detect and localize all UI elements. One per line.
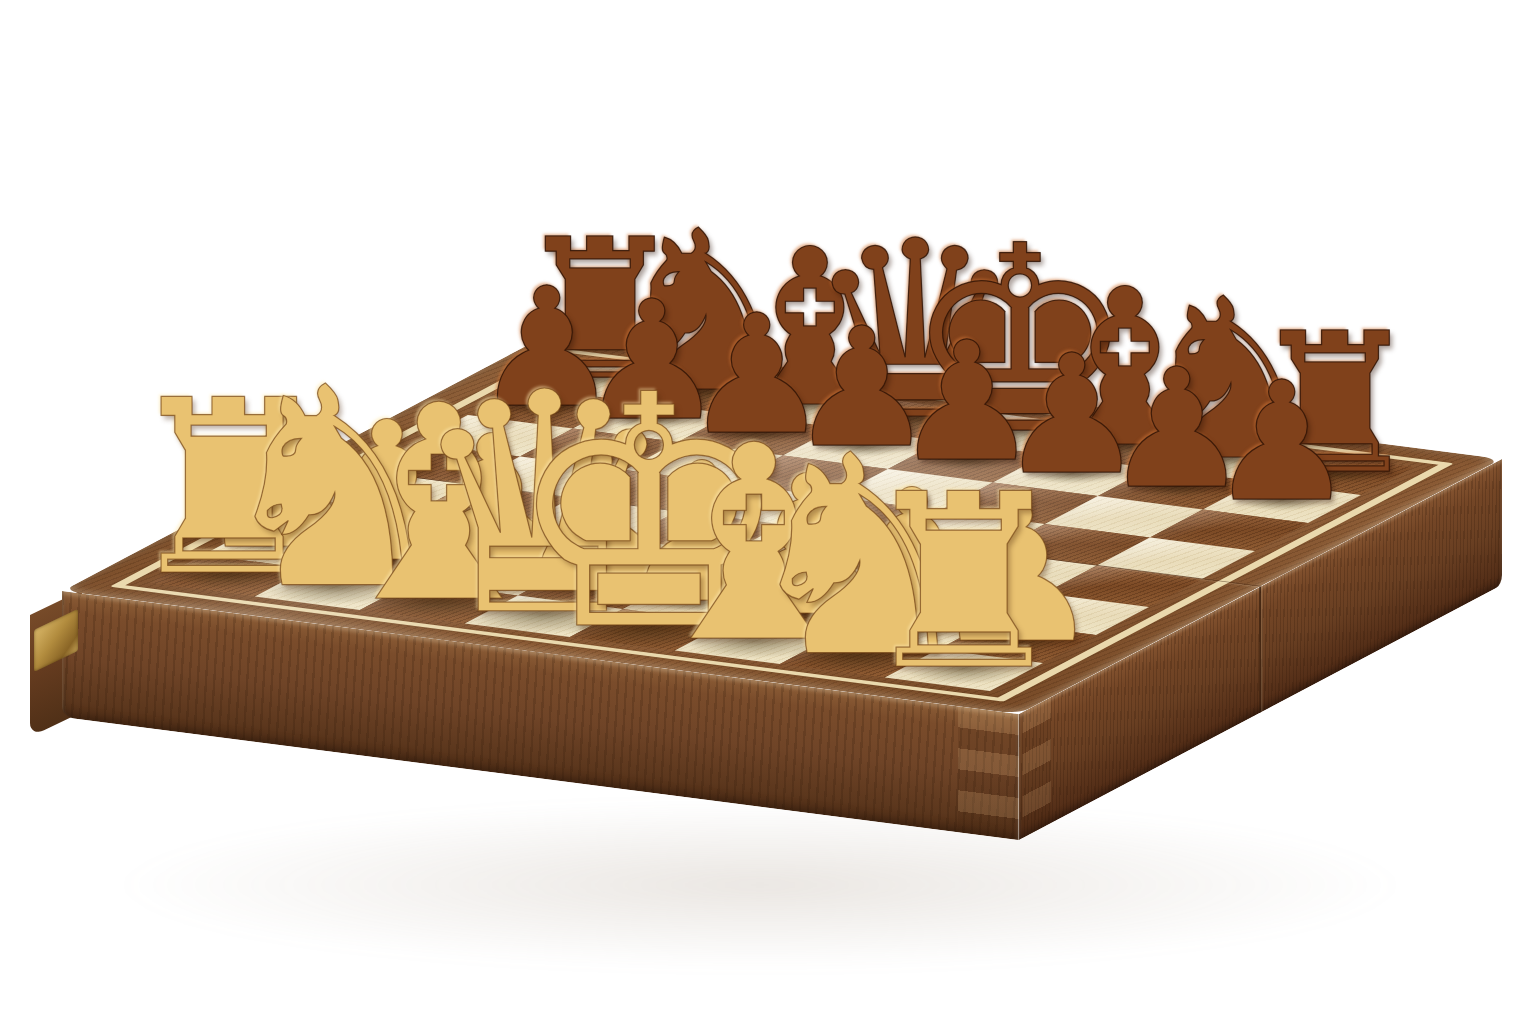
ground-shadow xyxy=(110,800,1410,970)
fold-seam-side xyxy=(1259,586,1261,713)
product-photo-scene: ♜♞♝♛♚♝♞♜♟♟♟♟♟♟♟♟♟♟♟♟♟♟♟♟♜♞♝♛♚♝♞♜ xyxy=(0,0,1536,1024)
